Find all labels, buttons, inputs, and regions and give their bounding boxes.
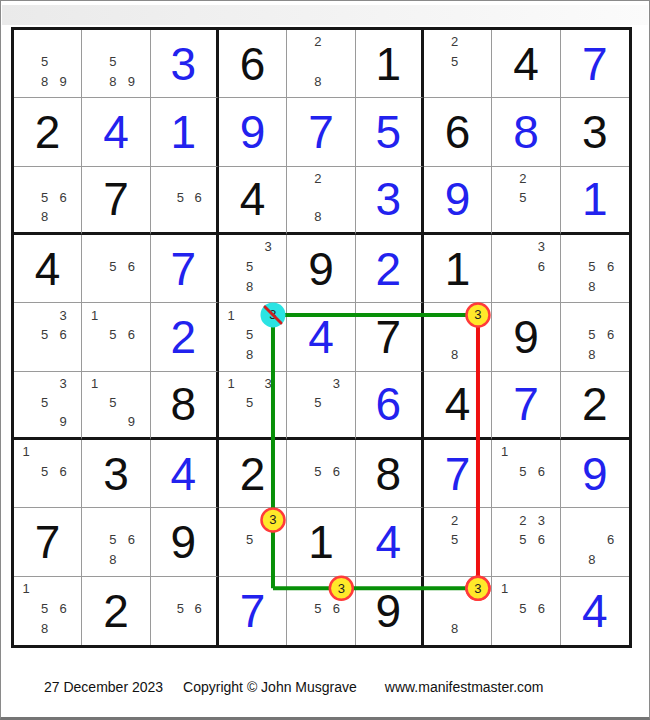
pencil-mark-5: 5 xyxy=(309,599,327,619)
cell-value: 4 xyxy=(82,98,149,165)
pencil-mark-6: 6 xyxy=(122,530,140,550)
cell-value: 6 xyxy=(356,372,421,437)
cell-r1c7[interactable]: 25 xyxy=(424,30,492,98)
pencil-marks: 135 xyxy=(222,374,277,431)
cell-r5c7[interactable]: 38 xyxy=(424,303,492,371)
cell-value: 4 xyxy=(14,235,81,302)
cell-r3c1[interactable]: 568 xyxy=(14,167,82,235)
pencil-mark-5: 5 xyxy=(445,52,463,72)
pencil-mark-3: 3 xyxy=(464,579,482,599)
pencil-mark-1: 1 xyxy=(85,305,103,325)
cell-r6c5[interactable]: 35 xyxy=(287,372,355,440)
cell-value: 5 xyxy=(356,98,421,165)
cell-value: 1 xyxy=(151,98,216,165)
cell-r4c9[interactable]: 568 xyxy=(561,235,629,303)
cell-r7c4[interactable]: 2 xyxy=(219,440,287,508)
cell-value: 3 xyxy=(82,440,149,507)
pencil-mark-8: 8 xyxy=(309,207,327,226)
cell-value: 4 xyxy=(424,372,491,437)
cell-r5c2[interactable]: 156 xyxy=(82,303,150,371)
cell-r5c8[interactable]: 9 xyxy=(492,303,560,371)
cell-value: 2 xyxy=(151,303,216,370)
cell-value: 4 xyxy=(492,30,559,97)
pencil-mark-6: 6 xyxy=(54,325,72,345)
cell-value: 1 xyxy=(356,30,421,97)
cell-value: 2 xyxy=(356,235,421,302)
pencil-mark-5: 5 xyxy=(240,393,258,412)
cell-r9c2[interactable]: 2 xyxy=(82,577,150,645)
cell-r4c6[interactable]: 2 xyxy=(356,235,424,303)
pencil-mark-1: 1 xyxy=(495,579,513,599)
pencil-mark-5: 5 xyxy=(35,462,53,482)
cell-r1c9[interactable]: 7 xyxy=(561,30,629,98)
pencil-marks: 156 xyxy=(495,442,550,501)
cell-value: 9 xyxy=(356,577,421,645)
pencil-mark-3: 3 xyxy=(54,374,72,393)
cell-value: 7 xyxy=(356,303,421,370)
cell-value: 4 xyxy=(151,440,216,507)
pencil-marks: 28 xyxy=(290,169,345,226)
pencil-mark-5: 5 xyxy=(514,599,532,619)
cell-r7c2[interactable]: 3 xyxy=(82,440,150,508)
pencil-mark-1: 1 xyxy=(495,442,513,462)
pencil-marks: 1568 xyxy=(17,579,72,639)
pencil-mark-1: 1 xyxy=(17,579,35,599)
pencil-marks: 568 xyxy=(17,169,72,226)
pencil-mark-8: 8 xyxy=(582,277,601,297)
pencil-marks: 38 xyxy=(427,305,482,364)
pencil-mark-9: 9 xyxy=(54,72,72,92)
pencil-mark-1: 1 xyxy=(17,442,35,462)
cell-value: 9 xyxy=(492,303,559,370)
pencil-mark-5: 5 xyxy=(104,52,122,72)
cell-value: 7 xyxy=(492,372,559,437)
cell-r6c3[interactable]: 8 xyxy=(151,372,219,440)
pencil-marks: 589 xyxy=(17,32,72,91)
cell-r4c2[interactable]: 56 xyxy=(82,235,150,303)
cell-value: 7 xyxy=(561,30,629,97)
pencil-mark-6: 6 xyxy=(532,530,550,550)
pencil-marks: 159 xyxy=(85,374,140,431)
pencil-mark-9: 9 xyxy=(122,72,140,92)
cell-r1c6[interactable]: 1 xyxy=(356,30,424,98)
pencil-mark-5: 5 xyxy=(514,462,532,482)
pencil-marks: 28 xyxy=(290,32,345,91)
cell-value: 6 xyxy=(424,98,491,165)
cell-r4c8[interactable]: 36 xyxy=(492,235,560,303)
pencil-mark-2: 2 xyxy=(309,32,327,52)
footer-copyright: Copyright © John Musgrave xyxy=(183,679,357,695)
pencil-marks: 36 xyxy=(495,237,550,296)
pencil-mark-8: 8 xyxy=(582,550,601,570)
pencil-mark-5: 5 xyxy=(35,599,53,619)
cell-r2c8[interactable]: 8 xyxy=(492,98,560,166)
cell-r3c4[interactable]: 4 xyxy=(219,167,287,235)
cell-r6c6[interactable]: 6 xyxy=(356,372,424,440)
pencil-mark-5: 5 xyxy=(104,393,122,412)
pencil-mark-5: 5 xyxy=(104,257,122,277)
pencil-marks: 56 xyxy=(154,579,207,639)
pencil-mark-5: 5 xyxy=(35,52,53,72)
cell-r1c5[interactable]: 28 xyxy=(287,30,355,98)
pencil-marks: 358 xyxy=(222,237,277,296)
pencil-mark-5: 5 xyxy=(240,325,258,345)
pencil-mark-3: 3 xyxy=(464,305,482,325)
cell-value: 2 xyxy=(82,577,149,645)
cell-r3c3[interactable]: 56 xyxy=(151,167,219,235)
cell-value: 9 xyxy=(287,235,354,302)
cell-value: 8 xyxy=(151,372,216,437)
cell-r9c1[interactable]: 1568 xyxy=(14,577,82,645)
pencil-mark-6: 6 xyxy=(601,257,620,277)
footer-date: 27 December 2023 xyxy=(44,679,163,695)
pencil-mark-6: 6 xyxy=(327,599,345,619)
pencil-marks: 156 xyxy=(495,579,550,639)
pencil-mark-3: 3 xyxy=(259,237,277,257)
pencil-mark-3: 3 xyxy=(259,374,277,393)
cell-value: 4 xyxy=(287,303,354,370)
cell-r2c7[interactable]: 6 xyxy=(424,98,492,166)
pencil-mark-6: 6 xyxy=(601,325,620,345)
pencil-mark-3: 3 xyxy=(532,510,550,530)
cell-r4c5[interactable]: 9 xyxy=(287,235,355,303)
pencil-mark-2: 2 xyxy=(445,510,463,530)
footer-website: www.manifestmaster.com xyxy=(385,679,544,695)
cell-r1c8[interactable]: 4 xyxy=(492,30,560,98)
pencil-mark-8: 8 xyxy=(240,277,258,297)
cell-r8c2[interactable]: 568 xyxy=(82,508,150,576)
window-top-bar xyxy=(2,5,648,25)
cell-r3c5[interactable]: 28 xyxy=(287,167,355,235)
pencil-mark-8: 8 xyxy=(35,619,53,639)
pencil-marks: 25 xyxy=(427,510,482,569)
pencil-mark-5: 5 xyxy=(171,599,189,619)
pencil-marks: 56 xyxy=(290,442,345,501)
cell-r5c4[interactable]: 1358 xyxy=(219,303,287,371)
cell-value: 2 xyxy=(219,440,286,507)
pencil-mark-8: 8 xyxy=(104,72,122,92)
pencil-mark-5: 5 xyxy=(240,257,258,277)
cell-r9c7[interactable]: 38 xyxy=(424,577,492,645)
pencil-mark-9: 9 xyxy=(54,412,72,431)
cell-r4c1[interactable]: 4 xyxy=(14,235,82,303)
cell-r6c9[interactable]: 2 xyxy=(561,372,629,440)
cell-value: 7 xyxy=(424,440,491,507)
pencil-mark-6: 6 xyxy=(54,462,72,482)
cell-r9c6[interactable]: 9 xyxy=(356,577,424,645)
cell-r2c5[interactable]: 7 xyxy=(287,98,355,166)
pencil-marks: 568 xyxy=(564,305,620,364)
cell-r4c3[interactable]: 7 xyxy=(151,235,219,303)
pencil-mark-6: 6 xyxy=(532,257,550,277)
cell-value: 7 xyxy=(151,235,216,302)
pencil-mark-6: 6 xyxy=(189,188,207,207)
cell-value: 7 xyxy=(287,98,354,165)
cell-r7c7[interactable]: 7 xyxy=(424,440,492,508)
pencil-mark-5: 5 xyxy=(514,530,532,550)
cell-value: 4 xyxy=(356,508,421,575)
pencil-mark-5: 5 xyxy=(35,188,53,207)
pencil-mark-6: 6 xyxy=(122,257,140,277)
pencil-mark-6: 6 xyxy=(601,530,620,550)
cell-r2c9[interactable]: 3 xyxy=(561,98,629,166)
cell-r9c4[interactable]: 7 xyxy=(219,577,287,645)
cell-r7c8[interactable]: 156 xyxy=(492,440,560,508)
cell-r3c8[interactable]: 25 xyxy=(492,167,560,235)
cell-r8c8[interactable]: 2356 xyxy=(492,508,560,576)
pencil-mark-8: 8 xyxy=(582,345,601,365)
pencil-mark-6: 6 xyxy=(532,599,550,619)
pencil-mark-5: 5 xyxy=(240,530,258,550)
pencil-marks: 35 xyxy=(290,374,345,431)
pencil-mark-5: 5 xyxy=(104,530,122,550)
pencil-mark-5: 5 xyxy=(582,257,601,277)
cell-r4c7[interactable]: 1 xyxy=(424,235,492,303)
cell-r6c4[interactable]: 135 xyxy=(219,372,287,440)
cell-r2c4[interactable]: 9 xyxy=(219,98,287,166)
cell-r5c5[interactable]: 4 xyxy=(287,303,355,371)
pencil-marks: 568 xyxy=(564,237,620,296)
cell-r1c1[interactable]: 589 xyxy=(14,30,82,98)
cell-r2c2[interactable]: 4 xyxy=(82,98,150,166)
pencil-mark-8: 8 xyxy=(35,72,53,92)
cell-r6c1[interactable]: 359 xyxy=(14,372,82,440)
pencil-mark-2: 2 xyxy=(309,169,327,188)
cell-r6c7[interactable]: 4 xyxy=(424,372,492,440)
cell-value: 2 xyxy=(14,98,81,165)
pencil-mark-2: 2 xyxy=(445,32,463,52)
cell-value: 9 xyxy=(424,167,491,232)
pencil-marks: 356 xyxy=(290,579,345,639)
pencil-marks: 2356 xyxy=(495,510,550,569)
cell-value: 2 xyxy=(561,372,629,437)
cell-r5c9[interactable]: 568 xyxy=(561,303,629,371)
cell-value: 6 xyxy=(219,30,286,97)
pencil-mark-5: 5 xyxy=(582,325,601,345)
cell-r3c9[interactable]: 1 xyxy=(561,167,629,235)
pencil-mark-6: 6 xyxy=(54,599,72,619)
cell-value: 9 xyxy=(219,98,286,165)
pencil-mark-8: 8 xyxy=(309,72,327,92)
pencil-mark-5: 5 xyxy=(309,393,327,412)
pencil-mark-9: 9 xyxy=(122,412,140,431)
pencil-mark-5: 5 xyxy=(35,393,53,412)
pencil-marks: 1358 xyxy=(222,305,277,364)
pencil-mark-6: 6 xyxy=(532,462,550,482)
cell-r5c3[interactable]: 2 xyxy=(151,303,219,371)
cell-value: 7 xyxy=(219,577,286,645)
cell-value: 7 xyxy=(14,508,81,575)
pencil-marks: 38 xyxy=(427,579,482,639)
pencil-mark-2: 2 xyxy=(514,169,532,188)
cell-r9c9[interactable]: 4 xyxy=(561,577,629,645)
pencil-marks: 35 xyxy=(222,510,277,569)
cell-value: 1 xyxy=(561,167,629,232)
cell-r1c2[interactable]: 589 xyxy=(82,30,150,98)
cell-r8c3[interactable]: 9 xyxy=(151,508,219,576)
cell-r8c1[interactable]: 7 xyxy=(14,508,82,576)
pencil-mark-8: 8 xyxy=(445,619,463,639)
pencil-mark-3: 3 xyxy=(327,579,345,599)
cell-r9c8[interactable]: 156 xyxy=(492,577,560,645)
cell-value: 3 xyxy=(151,30,216,97)
pencil-mark-2: 2 xyxy=(514,510,532,530)
pencil-mark-1: 1 xyxy=(222,305,240,325)
cell-r8c6[interactable]: 4 xyxy=(356,508,424,576)
cell-value: 3 xyxy=(356,167,421,232)
cell-r5c6[interactable]: 7 xyxy=(356,303,424,371)
pencil-mark-3: 3 xyxy=(259,305,277,325)
pencil-mark-6: 6 xyxy=(122,325,140,345)
cell-r8c9[interactable]: 68 xyxy=(561,508,629,576)
cell-r2c6[interactable]: 5 xyxy=(356,98,424,166)
cell-r7c3[interactable]: 4 xyxy=(151,440,219,508)
pencil-marks: 156 xyxy=(85,305,140,364)
pencil-marks: 56 xyxy=(154,169,207,226)
cell-r8c7[interactable]: 25 xyxy=(424,508,492,576)
cell-r9c3[interactable]: 56 xyxy=(151,577,219,645)
cell-r3c7[interactable]: 9 xyxy=(424,167,492,235)
pencil-marks: 356 xyxy=(17,305,72,364)
cell-r2c3[interactable]: 1 xyxy=(151,98,219,166)
cell-value: 1 xyxy=(424,235,491,302)
cell-r7c5[interactable]: 56 xyxy=(287,440,355,508)
cell-value: 9 xyxy=(151,508,216,575)
pencil-mark-8: 8 xyxy=(445,345,463,365)
pencil-mark-5: 5 xyxy=(104,325,122,345)
cell-r7c6[interactable]: 8 xyxy=(356,440,424,508)
cell-r4c4[interactable]: 358 xyxy=(219,235,287,303)
pencil-mark-5: 5 xyxy=(171,188,189,207)
pencil-mark-5: 5 xyxy=(445,530,463,550)
pencil-mark-1: 1 xyxy=(85,374,103,393)
pencil-marks: 568 xyxy=(85,510,140,569)
cell-r7c1[interactable]: 156 xyxy=(14,440,82,508)
pencil-mark-8: 8 xyxy=(240,345,258,365)
cell-value: 9 xyxy=(561,440,629,507)
cell-r5c1[interactable]: 356 xyxy=(14,303,82,371)
pencil-marks: 359 xyxy=(17,374,72,431)
pencil-marks: 25 xyxy=(427,32,482,91)
cell-value: 4 xyxy=(561,577,629,645)
cell-value: 8 xyxy=(356,440,421,507)
cell-r2c1[interactable]: 2 xyxy=(14,98,82,166)
cell-r3c2[interactable]: 7 xyxy=(82,167,150,235)
cell-r3c6[interactable]: 3 xyxy=(356,167,424,235)
cell-r1c4[interactable]: 6 xyxy=(219,30,287,98)
cell-r8c4[interactable]: 35 xyxy=(219,508,287,576)
pencil-mark-3: 3 xyxy=(54,305,72,325)
pencil-mark-3: 3 xyxy=(259,510,277,530)
pencil-mark-8: 8 xyxy=(104,550,122,570)
pencil-marks: 56 xyxy=(85,237,140,296)
cell-value: 8 xyxy=(492,98,559,165)
pencil-mark-6: 6 xyxy=(54,188,72,207)
cell-r6c2[interactable]: 159 xyxy=(82,372,150,440)
pencil-mark-5: 5 xyxy=(35,325,53,345)
cell-r8c5[interactable]: 1 xyxy=(287,508,355,576)
cell-value: 3 xyxy=(561,98,629,165)
pencil-mark-6: 6 xyxy=(327,462,345,482)
pencil-marks: 25 xyxy=(495,169,550,226)
cell-r7c9[interactable]: 9 xyxy=(561,440,629,508)
pencil-mark-3: 3 xyxy=(327,374,345,393)
cell-r6c8[interactable]: 7 xyxy=(492,372,560,440)
pencil-marks: 156 xyxy=(17,442,72,501)
pencil-mark-1: 1 xyxy=(222,374,240,393)
cell-r1c3[interactable]: 3 xyxy=(151,30,219,98)
pencil-marks: 589 xyxy=(85,32,140,91)
pencil-mark-5: 5 xyxy=(309,462,327,482)
cell-value: 1 xyxy=(287,508,354,575)
cell-value: 4 xyxy=(219,167,286,232)
pencil-mark-8: 8 xyxy=(35,207,53,226)
cell-value: 7 xyxy=(82,167,149,232)
pencil-mark-3: 3 xyxy=(532,237,550,257)
footer: 27 December 2023 Copyright © John Musgra… xyxy=(0,672,650,702)
sudoku-board: 5895893628125472419756835687564283925145… xyxy=(11,27,632,648)
pencil-mark-5: 5 xyxy=(514,188,532,207)
cell-r9c5[interactable]: 356 xyxy=(287,577,355,645)
pencil-marks: 68 xyxy=(564,510,620,569)
pencil-mark-6: 6 xyxy=(189,599,207,619)
